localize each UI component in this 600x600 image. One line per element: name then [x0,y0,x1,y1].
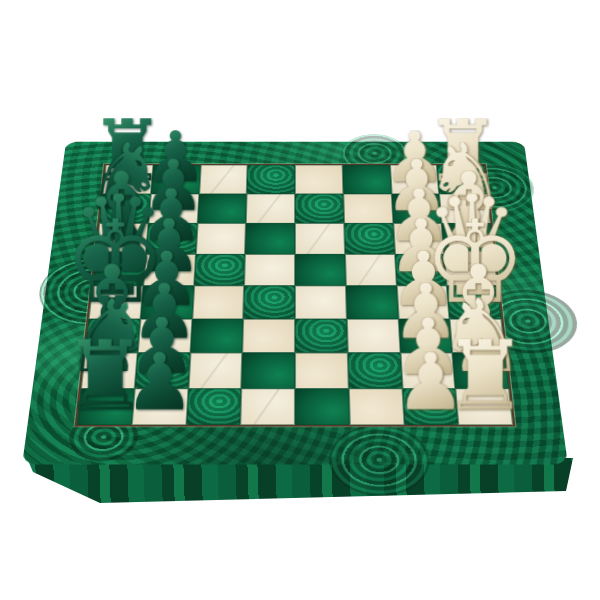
square-c4 [295,223,345,254]
square-c5 [245,223,295,254]
square-f5 [242,319,295,353]
square-b4 [295,194,344,224]
square-e5 [243,286,295,319]
square-d5 [244,254,295,286]
square-h1: ♜ [456,388,514,425]
square-h4 [295,388,350,425]
square-b5 [246,194,295,224]
chess-set-photo: ♜♟♟♜♞♟♟♞♝♟♟♝♛♟♟♛♚♟♟♚♝♟♟♝♞♟♟♞♜♟♟♜ [0,0,600,600]
square-f4 [295,319,348,353]
square-h5 [240,388,295,425]
square-a5 [247,165,295,194]
piece-white-rook-h1: ♜ [442,338,528,413]
black-rook-icon: ♜ [62,338,148,413]
square-h8: ♜ [77,388,135,425]
piece-black-rook-h8: ♜ [62,338,148,413]
square-g5 [241,353,295,388]
playing-area: ♜♟♟♜♞♟♟♞♝♟♟♝♛♟♟♛♚♟♟♚♝♟♟♝♞♟♟♞♜♟♟♜ [75,164,516,427]
square-e4 [295,286,347,319]
chess-board: ♜♟♟♜♞♟♟♞♝♟♟♝♛♟♟♛♚♟♟♚♝♟♟♝♞♟♟♞♜♟♟♜ [22,142,568,465]
white-rook-icon: ♜ [442,338,528,413]
square-g4 [295,353,349,388]
square-a4 [295,165,343,194]
square-d4 [295,254,346,286]
